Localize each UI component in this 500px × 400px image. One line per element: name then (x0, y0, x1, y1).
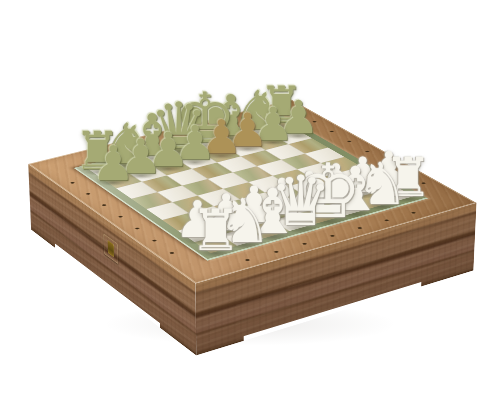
square-c3[interactable] (214, 199, 254, 216)
wooden-chess-box (28, 100, 476, 284)
square-b3[interactable] (188, 206, 229, 223)
square-c2[interactable] (231, 210, 272, 227)
square-g2[interactable] (331, 183, 371, 199)
square-c4[interactable] (198, 189, 238, 206)
square-d2[interactable] (256, 203, 297, 220)
square-b2[interactable] (205, 217, 246, 234)
brass-latch (103, 233, 118, 264)
square-f2[interactable] (306, 190, 346, 207)
square-a6[interactable] (116, 182, 155, 198)
square-e2[interactable] (282, 196, 323, 213)
square-d3[interactable] (240, 193, 280, 210)
square-e3[interactable] (265, 186, 305, 202)
square-a2[interactable] (178, 224, 219, 242)
square-e1[interactable] (298, 207, 339, 224)
square-b4[interactable] (173, 196, 213, 213)
square-h1[interactable] (373, 186, 414, 202)
square-f1[interactable] (324, 200, 365, 217)
product-photo-scene: ♜♞♝♛♚♝♞♜♟♟♟♟♟♟♟♟♟♟♟♟♟♟♟♟♜♞♝♛♚♝♞♜ (0, 0, 500, 400)
square-b1[interactable] (221, 228, 263, 246)
square-a1[interactable] (194, 235, 236, 253)
square-a4[interactable] (147, 203, 187, 220)
brass-latch-hasp (108, 240, 115, 258)
square-d4[interactable] (224, 183, 264, 199)
square-c1[interactable] (247, 221, 288, 239)
square-d1[interactable] (273, 214, 314, 231)
square-b5[interactable] (157, 186, 197, 202)
square-a5[interactable] (131, 192, 171, 209)
square-a3[interactable] (162, 213, 203, 230)
square-g1[interactable] (348, 193, 389, 210)
